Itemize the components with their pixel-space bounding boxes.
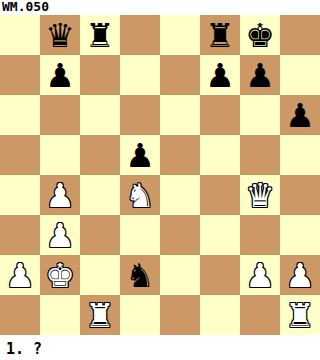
black-knight: ♞	[125, 254, 155, 296]
white-pawn: ♟	[45, 214, 75, 256]
square-e8[interactable]	[160, 15, 200, 55]
square-f1[interactable]	[200, 295, 240, 335]
square-c3[interactable]	[80, 215, 120, 255]
square-a5[interactable]	[0, 135, 40, 175]
square-g7[interactable]: ♟	[240, 55, 280, 95]
square-g4[interactable]: ♛	[240, 175, 280, 215]
square-g3[interactable]	[240, 215, 280, 255]
square-h6[interactable]: ♟	[280, 95, 320, 135]
square-c1[interactable]: ♜	[80, 295, 120, 335]
square-a6[interactable]	[0, 95, 40, 135]
square-a8[interactable]	[0, 15, 40, 55]
chess-board: ♛♜♜♚♟♟♟♟♟♟♞♛♟♟♚♞♟♟♜♜	[0, 15, 320, 335]
square-f8[interactable]: ♜	[200, 15, 240, 55]
square-f2[interactable]	[200, 255, 240, 295]
square-g8[interactable]: ♚	[240, 15, 280, 55]
page-title: WM.050	[0, 0, 49, 14]
square-f7[interactable]: ♟	[200, 55, 240, 95]
square-b5[interactable]	[40, 135, 80, 175]
white-queen: ♛	[245, 174, 275, 216]
square-h3[interactable]	[280, 215, 320, 255]
square-c4[interactable]	[80, 175, 120, 215]
black-pawn: ♟	[245, 54, 275, 96]
square-e5[interactable]	[160, 135, 200, 175]
square-e1[interactable]	[160, 295, 200, 335]
black-pawn: ♟	[45, 54, 75, 96]
white-knight: ♞	[125, 174, 155, 216]
black-rook: ♜	[85, 14, 115, 56]
square-d1[interactable]	[120, 295, 160, 335]
square-c7[interactable]	[80, 55, 120, 95]
square-c2[interactable]	[80, 255, 120, 295]
status-bar: 1. ?	[0, 335, 320, 360]
square-h4[interactable]	[280, 175, 320, 215]
square-h5[interactable]	[280, 135, 320, 175]
square-a3[interactable]	[0, 215, 40, 255]
white-pawn: ♟	[5, 254, 35, 296]
square-b2[interactable]: ♚	[40, 255, 80, 295]
black-pawn: ♟	[205, 54, 235, 96]
square-b8[interactable]: ♛	[40, 15, 80, 55]
square-d3[interactable]	[120, 215, 160, 255]
square-g1[interactable]	[240, 295, 280, 335]
square-f5[interactable]	[200, 135, 240, 175]
square-f6[interactable]	[200, 95, 240, 135]
square-d8[interactable]	[120, 15, 160, 55]
square-h1[interactable]: ♜	[280, 295, 320, 335]
square-h8[interactable]	[280, 15, 320, 55]
square-f4[interactable]	[200, 175, 240, 215]
square-d4[interactable]: ♞	[120, 175, 160, 215]
square-b3[interactable]: ♟	[40, 215, 80, 255]
square-g5[interactable]	[240, 135, 280, 175]
white-pawn: ♟	[245, 254, 275, 296]
white-pawn: ♟	[285, 254, 315, 296]
white-rook: ♜	[85, 294, 115, 336]
square-a7[interactable]	[0, 55, 40, 95]
square-b4[interactable]: ♟	[40, 175, 80, 215]
square-e6[interactable]	[160, 95, 200, 135]
white-pawn: ♟	[45, 174, 75, 216]
black-pawn: ♟	[125, 134, 155, 176]
black-king: ♚	[245, 14, 275, 56]
square-d6[interactable]	[120, 95, 160, 135]
square-e4[interactable]	[160, 175, 200, 215]
square-c8[interactable]: ♜	[80, 15, 120, 55]
square-f3[interactable]	[200, 215, 240, 255]
square-h2[interactable]: ♟	[280, 255, 320, 295]
title-bar: WM.050	[0, 0, 320, 15]
square-e7[interactable]	[160, 55, 200, 95]
white-king: ♚	[45, 254, 75, 296]
square-h7[interactable]	[280, 55, 320, 95]
black-rook: ♜	[205, 14, 235, 56]
square-e3[interactable]	[160, 215, 200, 255]
square-b1[interactable]	[40, 295, 80, 335]
black-queen: ♛	[45, 14, 75, 56]
square-a4[interactable]	[0, 175, 40, 215]
black-pawn: ♟	[285, 94, 315, 136]
square-c6[interactable]	[80, 95, 120, 135]
square-b6[interactable]	[40, 95, 80, 135]
square-b7[interactable]: ♟	[40, 55, 80, 95]
square-c5[interactable]	[80, 135, 120, 175]
move-prompt: 1. ?	[0, 338, 42, 358]
square-a1[interactable]	[0, 295, 40, 335]
square-d7[interactable]	[120, 55, 160, 95]
square-d5[interactable]: ♟	[120, 135, 160, 175]
square-e2[interactable]	[160, 255, 200, 295]
square-g6[interactable]	[240, 95, 280, 135]
square-g2[interactable]: ♟	[240, 255, 280, 295]
white-rook: ♜	[285, 294, 315, 336]
square-d2[interactable]: ♞	[120, 255, 160, 295]
square-a2[interactable]: ♟	[0, 255, 40, 295]
